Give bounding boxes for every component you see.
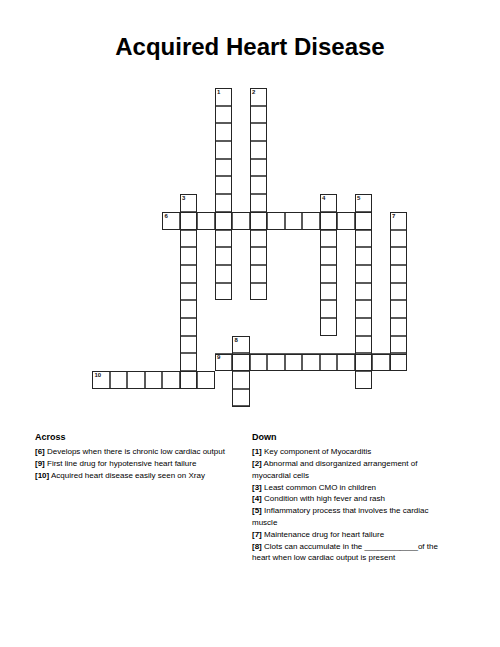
grid-cell[interactable] xyxy=(250,106,268,124)
grid-cell[interactable]: 6 xyxy=(162,212,180,230)
grid-cell[interactable] xyxy=(232,353,250,371)
down-header: Down xyxy=(252,432,452,444)
grid-cell[interactable] xyxy=(215,230,233,248)
grid-cell[interactable] xyxy=(250,176,268,194)
grid-cell[interactable] xyxy=(302,212,320,230)
grid-cell[interactable] xyxy=(250,353,268,371)
grid-cell[interactable]: 8 xyxy=(232,336,250,354)
grid-cell[interactable] xyxy=(232,389,250,407)
grid-cell[interactable] xyxy=(355,247,373,265)
grid-cell[interactable] xyxy=(180,247,198,265)
grid-cell[interactable] xyxy=(355,283,373,301)
clue-text: Least common CMO in children xyxy=(264,483,376,492)
grid-cell[interactable]: 9 xyxy=(215,353,233,371)
clue-text: Maintenance drug for heart failure xyxy=(264,530,384,539)
cell-number: 10 xyxy=(95,372,102,379)
grid-cell[interactable] xyxy=(390,318,408,336)
clue-number: [1] xyxy=(252,447,262,456)
grid-cell[interactable] xyxy=(390,336,408,354)
grid-cell[interactable] xyxy=(390,247,408,265)
cell-number: 3 xyxy=(182,195,185,202)
clue-down-2: [2] Abnormal and disorganized arrangemen… xyxy=(252,458,452,482)
grid-cell[interactable]: 1 xyxy=(215,88,233,106)
clue-across-9: [9] First line drug for hypotensive hear… xyxy=(35,458,250,470)
clue-across-6: [6] Develops when there is chronic low c… xyxy=(35,446,250,458)
grid-cell[interactable] xyxy=(320,212,338,230)
clue-down-8: [8] Clots can accumulate in the ________… xyxy=(252,541,452,565)
grid-cell[interactable] xyxy=(250,265,268,283)
clue-number: [6] xyxy=(35,447,45,456)
grid-cell[interactable] xyxy=(215,141,233,159)
grid-cell[interactable] xyxy=(215,123,233,141)
grid-cell[interactable] xyxy=(320,230,338,248)
grid-cell[interactable] xyxy=(250,123,268,141)
clue-down-1: [1] Key component of Myocarditis xyxy=(252,446,452,458)
grid-cell[interactable] xyxy=(355,318,373,336)
clue-text: Inflammatory process that involves the c… xyxy=(252,506,429,527)
clue-down-4: [4] Condition with high fever and rash xyxy=(252,493,452,505)
grid-cell[interactable] xyxy=(390,265,408,283)
grid-cell[interactable] xyxy=(215,176,233,194)
grid-cell[interactable] xyxy=(302,353,320,371)
grid-cell[interactable]: 10 xyxy=(92,371,110,389)
grid-cell[interactable] xyxy=(390,230,408,248)
grid-cell[interactable] xyxy=(145,371,163,389)
grid-cell[interactable]: 3 xyxy=(180,194,198,212)
cell-number: 7 xyxy=(392,213,395,220)
grid-cell[interactable] xyxy=(232,212,250,230)
grid-cell[interactable] xyxy=(110,371,128,389)
grid-cell[interactable] xyxy=(250,141,268,159)
clue-across-10: [10] Acquired heart disease easily seen … xyxy=(35,470,250,482)
grid-cell[interactable] xyxy=(355,371,373,389)
clue-text: Key component of Myocarditis xyxy=(264,447,371,456)
grid-cell[interactable] xyxy=(232,371,250,389)
grid-cell[interactable]: 5 xyxy=(355,194,373,212)
cell-number: 8 xyxy=(235,337,238,344)
clue-text: Abnormal and disorganized arrangement of… xyxy=(252,459,417,480)
grid-cell[interactable] xyxy=(180,265,198,283)
grid-cell[interactable] xyxy=(250,230,268,248)
grid-cell[interactable] xyxy=(267,212,285,230)
clue-text: Develops when there is chronic low cardi… xyxy=(47,447,225,456)
grid-cell[interactable] xyxy=(337,353,355,371)
grid-cell[interactable] xyxy=(355,300,373,318)
grid-cell[interactable]: 4 xyxy=(320,194,338,212)
grid-cell[interactable] xyxy=(355,212,373,230)
grid-cell[interactable] xyxy=(180,336,198,354)
grid-cell[interactable] xyxy=(355,230,373,248)
clue-number: [4] xyxy=(252,494,262,503)
clue-number: [2] xyxy=(252,459,262,468)
grid-cell[interactable] xyxy=(285,212,303,230)
grid-cell[interactable] xyxy=(215,283,233,301)
crossword-grid: 12345678910 xyxy=(92,88,407,406)
clue-down-5: [5] Inflammatory process that involves t… xyxy=(252,505,452,529)
cell-number: 2 xyxy=(252,89,255,96)
grid-cell[interactable] xyxy=(180,318,198,336)
grid-cell[interactable] xyxy=(320,353,338,371)
grid-cell[interactable] xyxy=(180,371,198,389)
grid-cell[interactable] xyxy=(215,194,233,212)
clue-number: [5] xyxy=(252,506,262,515)
grid-cell[interactable] xyxy=(180,353,198,371)
grid-cell[interactable] xyxy=(197,371,215,389)
clue-down-7: [7] Maintenance drug for heart failure xyxy=(252,529,452,541)
clue-text: First line drug for hypotensive heart fa… xyxy=(47,459,196,468)
cell-number: 5 xyxy=(357,195,360,202)
grid-cell[interactable] xyxy=(180,212,198,230)
grid-cell[interactable] xyxy=(250,194,268,212)
grid-cell[interactable]: 7 xyxy=(390,212,408,230)
cell-number: 4 xyxy=(322,195,325,202)
grid-cell[interactable] xyxy=(355,353,373,371)
down-clues-section: Down [1] Key component of Myocarditis [2… xyxy=(252,432,452,564)
cell-number: 1 xyxy=(217,89,220,96)
grid-cell[interactable] xyxy=(250,159,268,177)
clue-number: [3] xyxy=(252,483,262,492)
grid-cell[interactable] xyxy=(215,212,233,230)
grid-cell[interactable] xyxy=(127,371,145,389)
clue-down-3: [3] Least common CMO in children xyxy=(252,482,452,494)
grid-cell[interactable] xyxy=(320,318,338,336)
grid-cell[interactable] xyxy=(180,283,198,301)
grid-cell[interactable] xyxy=(390,300,408,318)
grid-cell[interactable] xyxy=(355,265,373,283)
grid-cell[interactable] xyxy=(355,336,373,354)
clue-text: Acquired heart disease easily seen on Xr… xyxy=(51,471,205,480)
grid-cell[interactable] xyxy=(320,247,338,265)
cell-number: 6 xyxy=(165,213,168,220)
grid-cell[interactable] xyxy=(215,265,233,283)
crossword-page: Acquired Heart Disease 12345678910 Acros… xyxy=(0,0,500,647)
clue-number: [9] xyxy=(35,459,45,468)
grid-cell[interactable] xyxy=(250,212,268,230)
cell-number: 9 xyxy=(217,354,220,361)
grid-cell[interactable] xyxy=(180,230,198,248)
grid-cell[interactable] xyxy=(250,283,268,301)
grid-cell[interactable] xyxy=(267,353,285,371)
grid-cell[interactable] xyxy=(320,265,338,283)
clue-text: Condition with high fever and rash xyxy=(264,494,385,503)
clue-number: [8] xyxy=(252,542,262,551)
grid-cell[interactable] xyxy=(180,300,198,318)
clue-number: [7] xyxy=(252,530,262,539)
grid-cell[interactable] xyxy=(162,371,180,389)
across-header: Across xyxy=(35,432,250,444)
across-clues-section: Across [6] Develops when there is chroni… xyxy=(35,432,250,482)
puzzle-title: Acquired Heart Disease xyxy=(0,35,500,59)
clue-number: [10] xyxy=(35,471,49,480)
grid-cell[interactable] xyxy=(372,353,390,371)
grid-cell[interactable] xyxy=(337,212,355,230)
grid-cell[interactable] xyxy=(215,159,233,177)
grid-cell[interactable]: 2 xyxy=(250,88,268,106)
grid-cell[interactable] xyxy=(390,283,408,301)
grid-cell[interactable] xyxy=(285,353,303,371)
clue-text: Clots can accumulate in the ____________… xyxy=(252,542,438,563)
grid-cell[interactable] xyxy=(320,283,338,301)
grid-cell[interactable] xyxy=(250,247,268,265)
grid-cell[interactable] xyxy=(215,106,233,124)
grid-cell[interactable] xyxy=(215,247,233,265)
grid-cell[interactable] xyxy=(197,212,215,230)
grid-cell[interactable] xyxy=(390,353,408,371)
grid-cell[interactable] xyxy=(320,300,338,318)
